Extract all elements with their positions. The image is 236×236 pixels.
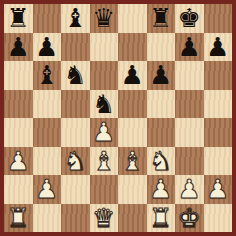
square-g8[interactable]: ♚: [175, 4, 204, 33]
piece-black-rook[interactable]: ♜: [7, 4, 30, 32]
square-b6[interactable]: ♝: [33, 61, 62, 90]
piece-black-pawn[interactable]: ♟: [35, 33, 58, 61]
square-h1[interactable]: [204, 204, 233, 233]
piece-black-queen[interactable]: ♛: [92, 4, 115, 32]
square-d6[interactable]: [90, 61, 119, 90]
square-g5[interactable]: [175, 90, 204, 119]
square-b4[interactable]: [33, 118, 62, 147]
piece-white-pawn[interactable]: ♟: [92, 118, 115, 146]
square-f5[interactable]: [147, 90, 176, 119]
square-c3[interactable]: ♞: [61, 147, 90, 176]
piece-white-pawn[interactable]: ♟: [149, 175, 172, 203]
piece-black-pawn[interactable]: ♟: [206, 33, 229, 61]
square-d7[interactable]: [90, 33, 119, 62]
square-a8[interactable]: ♜: [4, 4, 33, 33]
square-a5[interactable]: [4, 90, 33, 119]
piece-white-knight[interactable]: ♞: [149, 147, 172, 175]
square-b8[interactable]: [33, 4, 62, 33]
square-b5[interactable]: [33, 90, 62, 119]
square-f2[interactable]: ♟: [147, 175, 176, 204]
piece-white-rook[interactable]: ♜: [149, 204, 172, 232]
square-b1[interactable]: [33, 204, 62, 233]
square-c1[interactable]: [61, 204, 90, 233]
square-d5[interactable]: ♞: [90, 90, 119, 119]
square-f6[interactable]: ♟: [147, 61, 176, 90]
square-h6[interactable]: [204, 61, 233, 90]
piece-black-pawn[interactable]: ♟: [7, 33, 30, 61]
piece-black-knight[interactable]: ♞: [64, 61, 87, 89]
square-g7[interactable]: ♟: [175, 33, 204, 62]
square-g6[interactable]: [175, 61, 204, 90]
square-e4[interactable]: [118, 118, 147, 147]
piece-black-knight[interactable]: ♞: [92, 90, 115, 118]
piece-white-pawn[interactable]: ♟: [35, 175, 58, 203]
square-f1[interactable]: ♜: [147, 204, 176, 233]
square-a6[interactable]: [4, 61, 33, 90]
square-d2[interactable]: [90, 175, 119, 204]
piece-white-bishop[interactable]: ♝: [92, 147, 115, 175]
piece-black-king[interactable]: ♚: [178, 4, 201, 32]
square-c7[interactable]: [61, 33, 90, 62]
square-a2[interactable]: [4, 175, 33, 204]
square-d4[interactable]: ♟: [90, 118, 119, 147]
piece-white-pawn[interactable]: ♟: [7, 147, 30, 175]
square-e5[interactable]: [118, 90, 147, 119]
square-h8[interactable]: [204, 4, 233, 33]
square-e7[interactable]: [118, 33, 147, 62]
board-frame: ♜♝♛♜♚♟♟♟♟♝♞♟♟♞♟♟♞♝♝♞♟♟♟♟♜♛♜♚: [0, 0, 236, 236]
square-c8[interactable]: ♝: [61, 4, 90, 33]
square-c5[interactable]: [61, 90, 90, 119]
piece-white-queen[interactable]: ♛: [92, 204, 115, 232]
square-h4[interactable]: [204, 118, 233, 147]
piece-white-king[interactable]: ♚: [178, 204, 201, 232]
square-h7[interactable]: ♟: [204, 33, 233, 62]
square-h2[interactable]: ♟: [204, 175, 233, 204]
square-c2[interactable]: [61, 175, 90, 204]
piece-white-pawn[interactable]: ♟: [206, 175, 229, 203]
square-g2[interactable]: ♟: [175, 175, 204, 204]
piece-black-bishop[interactable]: ♝: [64, 4, 87, 32]
piece-white-bishop[interactable]: ♝: [121, 147, 144, 175]
square-f7[interactable]: [147, 33, 176, 62]
square-g1[interactable]: ♚: [175, 204, 204, 233]
piece-black-pawn[interactable]: ♟: [149, 61, 172, 89]
square-f4[interactable]: [147, 118, 176, 147]
square-f3[interactable]: ♞: [147, 147, 176, 176]
square-e6[interactable]: ♟: [118, 61, 147, 90]
square-f8[interactable]: ♜: [147, 4, 176, 33]
piece-white-rook[interactable]: ♜: [7, 204, 30, 232]
square-h3[interactable]: [204, 147, 233, 176]
piece-black-bishop[interactable]: ♝: [35, 61, 58, 89]
square-h5[interactable]: [204, 90, 233, 119]
piece-black-pawn[interactable]: ♟: [178, 33, 201, 61]
piece-black-rook[interactable]: ♜: [149, 4, 172, 32]
square-c4[interactable]: [61, 118, 90, 147]
square-a1[interactable]: ♜: [4, 204, 33, 233]
piece-white-knight[interactable]: ♞: [64, 147, 87, 175]
square-e3[interactable]: ♝: [118, 147, 147, 176]
square-a7[interactable]: ♟: [4, 33, 33, 62]
piece-white-pawn[interactable]: ♟: [178, 175, 201, 203]
square-b7[interactable]: ♟: [33, 33, 62, 62]
square-d8[interactable]: ♛: [90, 4, 119, 33]
square-e1[interactable]: [118, 204, 147, 233]
piece-black-pawn[interactable]: ♟: [121, 61, 144, 89]
square-g4[interactable]: [175, 118, 204, 147]
chess-board: ♜♝♛♜♚♟♟♟♟♝♞♟♟♞♟♟♞♝♝♞♟♟♟♟♜♛♜♚: [4, 4, 232, 232]
square-e2[interactable]: [118, 175, 147, 204]
square-d3[interactable]: ♝: [90, 147, 119, 176]
square-a3[interactable]: ♟: [4, 147, 33, 176]
square-b2[interactable]: ♟: [33, 175, 62, 204]
square-b3[interactable]: [33, 147, 62, 176]
square-a4[interactable]: [4, 118, 33, 147]
square-d1[interactable]: ♛: [90, 204, 119, 233]
square-c6[interactable]: ♞: [61, 61, 90, 90]
square-e8[interactable]: [118, 4, 147, 33]
square-g3[interactable]: [175, 147, 204, 176]
